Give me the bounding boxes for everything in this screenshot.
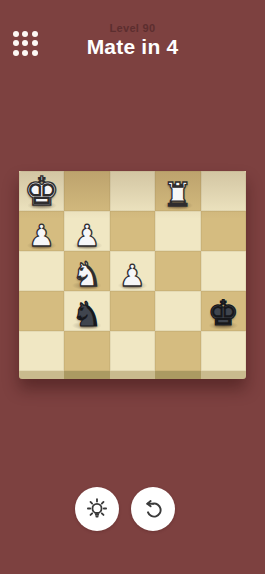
white-rook-d5[interactable]: ♜ bbox=[163, 178, 193, 211]
lightbulb-icon bbox=[84, 496, 110, 522]
white-pawn-c3[interactable]: ♟ bbox=[119, 261, 146, 291]
square-a5[interactable]: ♚ bbox=[19, 171, 64, 211]
square-b1[interactable] bbox=[64, 331, 109, 371]
square-b5[interactable] bbox=[64, 171, 109, 211]
square-c2[interactable] bbox=[110, 291, 155, 331]
square-e2[interactable]: ♚ bbox=[201, 291, 246, 331]
square-c5[interactable] bbox=[110, 171, 155, 211]
square-a1[interactable] bbox=[19, 331, 64, 371]
undo-button[interactable] bbox=[131, 487, 175, 531]
white-king-a5[interactable]: ♚ bbox=[24, 171, 60, 211]
white-pawn-b4[interactable]: ♟ bbox=[74, 221, 101, 251]
square-a2[interactable] bbox=[19, 291, 64, 331]
square-d4[interactable] bbox=[155, 211, 200, 251]
square-c4[interactable] bbox=[110, 211, 155, 251]
square-e4[interactable] bbox=[201, 211, 246, 251]
undo-arrow-icon bbox=[140, 496, 166, 522]
black-knight-b2[interactable]: ♞ bbox=[72, 297, 102, 331]
board-grid: ♚♜♟♟♞♟♞♚ bbox=[19, 171, 246, 371]
black-king-e2[interactable]: ♚ bbox=[208, 296, 239, 331]
square-e5[interactable] bbox=[201, 171, 246, 211]
square-a3[interactable] bbox=[19, 251, 64, 291]
white-pawn-a4[interactable]: ♟ bbox=[28, 221, 55, 251]
square-b3[interactable]: ♞ bbox=[64, 251, 109, 291]
square-d1[interactable] bbox=[155, 331, 200, 371]
chess-board: ♚♜♟♟♞♟♞♚ bbox=[19, 171, 246, 379]
square-c3[interactable]: ♟ bbox=[110, 251, 155, 291]
puzzle-title: Mate in 4 bbox=[0, 35, 265, 59]
square-d2[interactable] bbox=[155, 291, 200, 331]
square-d3[interactable] bbox=[155, 251, 200, 291]
square-b4[interactable]: ♟ bbox=[64, 211, 109, 251]
square-a4[interactable]: ♟ bbox=[19, 211, 64, 251]
square-d5[interactable]: ♜ bbox=[155, 171, 200, 211]
square-b2[interactable]: ♞ bbox=[64, 291, 109, 331]
board-front-edge bbox=[19, 371, 246, 379]
white-knight-b3[interactable]: ♞ bbox=[72, 257, 102, 291]
square-e3[interactable] bbox=[201, 251, 246, 291]
square-e1[interactable] bbox=[201, 331, 246, 371]
hint-button[interactable] bbox=[75, 487, 119, 531]
square-c1[interactable] bbox=[110, 331, 155, 371]
level-label: Level 90 bbox=[0, 22, 265, 34]
